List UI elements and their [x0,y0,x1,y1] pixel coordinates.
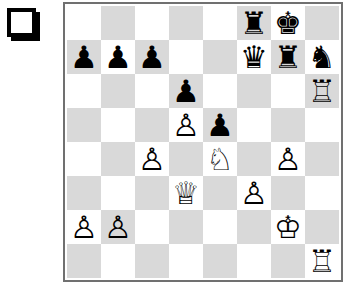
square-h1[interactable]: ♖ [305,244,339,278]
square-f5[interactable] [237,108,271,142]
piece-white-rook: ♖ [305,244,339,278]
square-f2[interactable] [237,210,271,244]
square-a3[interactable] [67,176,101,210]
square-h7[interactable]: ♞ [305,40,339,74]
square-a4[interactable] [67,142,101,176]
square-d3[interactable]: ♕ [169,176,203,210]
square-d8[interactable] [169,6,203,40]
square-b4[interactable] [101,142,135,176]
square-d2[interactable] [169,210,203,244]
square-a5[interactable] [67,108,101,142]
square-e7[interactable] [203,40,237,74]
piece-black-pawn: ♟ [203,108,237,142]
square-b5[interactable] [101,108,135,142]
square-b1[interactable] [101,244,135,278]
piece-white-pawn: ♙ [237,176,271,210]
square-c2[interactable] [135,210,169,244]
piece-black-king: ♚ [271,6,305,40]
square-g6[interactable] [271,74,305,108]
square-f6[interactable] [237,74,271,108]
piece-white-queen: ♕ [169,176,203,210]
square-a8[interactable] [67,6,101,40]
square-b7[interactable]: ♟ [101,40,135,74]
square-g3[interactable] [271,176,305,210]
square-c3[interactable] [135,176,169,210]
square-b2[interactable]: ♙ [101,210,135,244]
piece-white-rook: ♖ [305,74,339,108]
piece-white-pawn: ♙ [169,108,203,142]
piece-black-queen: ♛ [237,40,271,74]
square-d7[interactable] [169,40,203,74]
square-f7[interactable]: ♛ [237,40,271,74]
square-a6[interactable] [67,74,101,108]
piece-black-rook: ♜ [237,6,271,40]
square-f3[interactable]: ♙ [237,176,271,210]
square-d5[interactable]: ♙ [169,108,203,142]
piece-white-pawn: ♙ [271,142,305,176]
square-f4[interactable] [237,142,271,176]
piece-white-knight: ♘ [203,142,237,176]
square-g8[interactable]: ♚ [271,6,305,40]
chess-board-frame: ♜♚♟♟♟♛♜♞♟♖♙♟♙♘♙♕♙♙♙♔♖ [63,2,343,282]
square-c5[interactable] [135,108,169,142]
square-c6[interactable] [135,74,169,108]
square-f8[interactable]: ♜ [237,6,271,40]
piece-white-pawn: ♙ [135,142,169,176]
square-c8[interactable] [135,6,169,40]
square-g4[interactable]: ♙ [271,142,305,176]
square-b6[interactable] [101,74,135,108]
square-b3[interactable] [101,176,135,210]
square-e3[interactable] [203,176,237,210]
piece-black-knight: ♞ [305,40,339,74]
chess-board: ♜♚♟♟♟♛♜♞♟♖♙♟♙♘♙♕♙♙♙♔♖ [67,6,339,278]
square-d1[interactable] [169,244,203,278]
square-e4[interactable]: ♘ [203,142,237,176]
square-e1[interactable] [203,244,237,278]
piece-black-pawn: ♟ [67,40,101,74]
square-g7[interactable]: ♜ [271,40,305,74]
square-c7[interactable]: ♟ [135,40,169,74]
square-e2[interactable] [203,210,237,244]
square-a2[interactable]: ♙ [67,210,101,244]
square-h8[interactable] [305,6,339,40]
square-h5[interactable] [305,108,339,142]
square-h3[interactable] [305,176,339,210]
square-d6[interactable]: ♟ [169,74,203,108]
square-e6[interactable] [203,74,237,108]
chess-diagram-page: ♜♚♟♟♟♛♜♞♟♖♙♟♙♘♙♕♙♙♙♔♖ [0,0,350,284]
square-c4[interactable]: ♙ [135,142,169,176]
square-h6[interactable]: ♖ [305,74,339,108]
square-e5[interactable]: ♟ [203,108,237,142]
square-e8[interactable] [203,6,237,40]
white-to-move-indicator [7,8,36,37]
piece-black-pawn: ♟ [135,40,169,74]
square-a7[interactable]: ♟ [67,40,101,74]
piece-black-pawn: ♟ [101,40,135,74]
square-f1[interactable] [237,244,271,278]
square-g1[interactable] [271,244,305,278]
square-h4[interactable] [305,142,339,176]
square-a1[interactable] [67,244,101,278]
square-h2[interactable] [305,210,339,244]
piece-black-rook: ♜ [271,40,305,74]
square-b8[interactable] [101,6,135,40]
piece-white-pawn: ♙ [101,210,135,244]
piece-black-pawn: ♟ [169,74,203,108]
square-c1[interactable] [135,244,169,278]
piece-white-pawn: ♙ [67,210,101,244]
square-g2[interactable]: ♔ [271,210,305,244]
piece-white-king: ♔ [271,210,305,244]
square-d4[interactable] [169,142,203,176]
square-g5[interactable] [271,108,305,142]
